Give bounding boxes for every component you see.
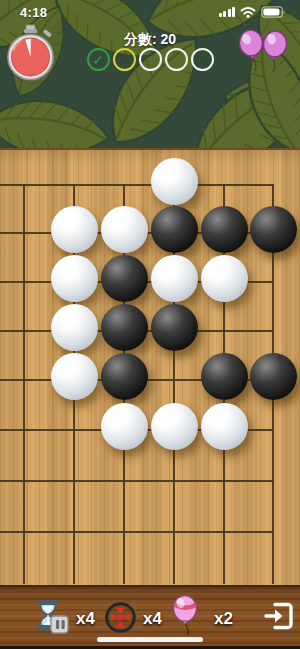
exit-button[interactable] xyxy=(263,594,295,638)
powerup-balloon[interactable] xyxy=(171,593,201,637)
shrink-count: x4 xyxy=(143,597,162,641)
header-panel: 4:18 xyxy=(0,0,300,148)
balloon-icon xyxy=(171,594,201,636)
home-indicator[interactable] xyxy=(97,637,203,642)
wifi-icon xyxy=(240,6,256,18)
score-value: 20 xyxy=(160,31,176,47)
white-stone-r6c5 xyxy=(201,403,248,450)
black-stone-r2c5 xyxy=(201,206,248,253)
black-stone-r5c5 xyxy=(201,353,248,400)
checkmark-icon: ✓ xyxy=(92,53,104,67)
clock-time: 4:18 xyxy=(20,5,47,20)
balloon-count: x2 xyxy=(214,597,233,641)
cellular-signal-icon xyxy=(219,7,236,17)
white-stone-r2c2 xyxy=(51,206,98,253)
balloons-lives-icon xyxy=(236,26,298,80)
white-stone-r3c2 xyxy=(51,255,98,302)
white-stone-r2c3 xyxy=(101,206,148,253)
exit-icon xyxy=(263,600,295,632)
grid-hline-8 xyxy=(0,531,274,533)
white-stone-r1c4 xyxy=(151,158,198,205)
grid-vline-1 xyxy=(23,184,25,584)
white-stone-r6c4 xyxy=(151,403,198,450)
black-stone-r2c4 xyxy=(151,206,198,253)
score-label: 分數: xyxy=(124,31,157,47)
progress-circle-2-active xyxy=(113,48,136,71)
black-stone-r3c3 xyxy=(101,255,148,302)
black-stone-r4c3 xyxy=(101,304,148,351)
progress-circle-5-empty xyxy=(191,48,214,71)
app-screen: 4:18 xyxy=(0,0,300,649)
powerup-shrink[interactable] xyxy=(104,595,137,639)
battery-icon xyxy=(261,6,286,18)
white-stone-r3c5 xyxy=(201,255,248,302)
progress-circle-3-empty xyxy=(139,48,162,71)
white-stone-r5c2 xyxy=(51,353,98,400)
grid-hline-1 xyxy=(0,184,274,186)
grid-hline-7 xyxy=(0,480,274,482)
white-stone-r6c3 xyxy=(101,403,148,450)
black-stone-r4c4 xyxy=(151,304,198,351)
white-stone-r3c4 xyxy=(151,255,198,302)
black-stone-r5c6 xyxy=(250,353,297,400)
white-stone-r4c2 xyxy=(51,304,98,351)
shrink-target-icon xyxy=(104,601,137,634)
hourglass-count: x4 xyxy=(76,597,95,641)
powerup-pause-time[interactable] xyxy=(34,595,70,639)
gomoku-board[interactable] xyxy=(0,148,300,585)
progress-circle-1-done: ✓ xyxy=(87,48,110,71)
black-stone-r5c3 xyxy=(101,353,148,400)
status-bar: 4:18 xyxy=(0,0,300,24)
black-stone-r2c6 xyxy=(250,206,297,253)
hourglass-pause-icon xyxy=(34,599,70,635)
progress-circle-4-empty xyxy=(165,48,188,71)
